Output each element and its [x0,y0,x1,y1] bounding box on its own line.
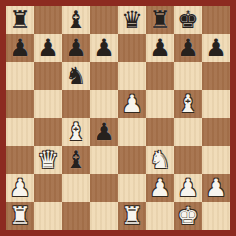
square-c6[interactable]: ♞ [62,62,90,90]
square-b6[interactable] [34,62,62,90]
chess-board: ♜♝♛♜♚♟♟♟♟♟♟♟♞♟♝♝♟♛♝♞♟♟♟♟♜♜♚ [6,6,230,230]
square-b1[interactable] [34,202,62,230]
square-e5[interactable]: ♟ [118,90,146,118]
square-a7[interactable]: ♟ [6,34,34,62]
square-f7[interactable]: ♟ [146,34,174,62]
square-e8[interactable]: ♛ [118,6,146,34]
square-h3[interactable] [202,146,230,174]
square-g8[interactable]: ♚ [174,6,202,34]
square-a8[interactable]: ♜ [6,6,34,34]
square-d1[interactable] [90,202,118,230]
white-pawn: ♟ [202,174,230,202]
square-e6[interactable] [118,62,146,90]
white-rook: ♜ [118,202,146,230]
square-g6[interactable] [174,62,202,90]
white-pawn: ♟ [6,174,34,202]
square-a6[interactable] [6,62,34,90]
square-b2[interactable] [34,174,62,202]
square-h6[interactable] [202,62,230,90]
white-king: ♚ [174,202,202,230]
square-f1[interactable] [146,202,174,230]
square-d4[interactable]: ♟ [90,118,118,146]
square-h7[interactable]: ♟ [202,34,230,62]
white-queen: ♛ [34,146,62,174]
white-bishop: ♝ [174,90,202,118]
square-h8[interactable] [202,6,230,34]
square-b4[interactable] [34,118,62,146]
black-pawn: ♟ [202,34,230,62]
square-h1[interactable] [202,202,230,230]
square-h4[interactable] [202,118,230,146]
square-c4[interactable]: ♝ [62,118,90,146]
square-b5[interactable] [34,90,62,118]
square-a5[interactable] [6,90,34,118]
square-a2[interactable]: ♟ [6,174,34,202]
black-king: ♚ [174,6,202,34]
square-f2[interactable]: ♟ [146,174,174,202]
square-g1[interactable]: ♚ [174,202,202,230]
white-pawn: ♟ [146,174,174,202]
square-f3[interactable]: ♞ [146,146,174,174]
square-e3[interactable] [118,146,146,174]
square-g5[interactable]: ♝ [174,90,202,118]
black-pawn: ♟ [90,118,118,146]
square-g7[interactable]: ♟ [174,34,202,62]
black-pawn: ♟ [34,34,62,62]
square-g3[interactable] [174,146,202,174]
square-f8[interactable]: ♜ [146,6,174,34]
square-c5[interactable] [62,90,90,118]
square-h2[interactable]: ♟ [202,174,230,202]
square-d6[interactable] [90,62,118,90]
black-pawn: ♟ [146,34,174,62]
square-e1[interactable]: ♜ [118,202,146,230]
white-rook: ♜ [6,202,34,230]
black-rook: ♜ [6,6,34,34]
black-knight: ♞ [62,62,90,90]
square-d5[interactable] [90,90,118,118]
square-a4[interactable] [6,118,34,146]
black-queen: ♛ [118,6,146,34]
square-d8[interactable] [90,6,118,34]
black-bishop: ♝ [62,6,90,34]
square-b8[interactable] [34,6,62,34]
square-c1[interactable] [62,202,90,230]
square-c8[interactable]: ♝ [62,6,90,34]
square-e2[interactable] [118,174,146,202]
black-pawn: ♟ [174,34,202,62]
square-f4[interactable] [146,118,174,146]
chess-board-frame: ♜♝♛♜♚♟♟♟♟♟♟♟♞♟♝♝♟♛♝♞♟♟♟♟♜♜♚ [0,0,236,236]
square-f6[interactable] [146,62,174,90]
square-b3[interactable]: ♛ [34,146,62,174]
square-d7[interactable]: ♟ [90,34,118,62]
square-c2[interactable] [62,174,90,202]
square-h5[interactable] [202,90,230,118]
square-b7[interactable]: ♟ [34,34,62,62]
square-g2[interactable]: ♟ [174,174,202,202]
square-f5[interactable] [146,90,174,118]
black-pawn: ♟ [62,34,90,62]
black-rook: ♜ [146,6,174,34]
black-pawn: ♟ [90,34,118,62]
square-c7[interactable]: ♟ [62,34,90,62]
black-pawn: ♟ [6,34,34,62]
square-c3[interactable]: ♝ [62,146,90,174]
square-e4[interactable] [118,118,146,146]
square-d3[interactable] [90,146,118,174]
square-e7[interactable] [118,34,146,62]
square-d2[interactable] [90,174,118,202]
square-a3[interactable] [6,146,34,174]
white-knight: ♞ [146,146,174,174]
white-pawn: ♟ [174,174,202,202]
square-a1[interactable]: ♜ [6,202,34,230]
white-pawn: ♟ [118,90,146,118]
black-bishop: ♝ [62,146,90,174]
square-g4[interactable] [174,118,202,146]
white-bishop: ♝ [62,118,90,146]
